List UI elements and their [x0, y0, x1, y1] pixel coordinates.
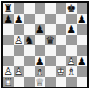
square-a4[interactable]: [3, 45, 14, 56]
square-d4[interactable]: [35, 45, 46, 56]
piece-white-pawn[interactable]: ♟♙: [14, 66, 25, 77]
square-f4[interactable]: [56, 45, 67, 56]
square-d5[interactable]: [35, 35, 46, 46]
square-c7[interactable]: [24, 14, 35, 25]
square-b7[interactable]: ♟: [14, 14, 25, 25]
square-e2[interactable]: [45, 66, 56, 77]
square-e1[interactable]: [45, 77, 56, 88]
square-a2[interactable]: ♟♙: [3, 66, 14, 77]
chess-board: ♜♚♟♟♟♟♟♟♙♞♛♟♟♙♟♟♙♟♙♝♗♚♔♝♗♜♖♛♕: [1, 1, 89, 88]
square-b4[interactable]: [14, 45, 25, 56]
square-c1[interactable]: [24, 77, 35, 88]
square-e8[interactable]: [45, 3, 56, 14]
square-h4[interactable]: [77, 45, 88, 56]
piece-glyph: ♟: [35, 24, 46, 35]
square-a8[interactable]: ♜: [3, 3, 14, 14]
square-g2[interactable]: ♝♗: [66, 66, 77, 77]
square-g5[interactable]: [66, 35, 77, 46]
piece-glyph: ♞: [24, 35, 35, 46]
square-h2[interactable]: [77, 66, 88, 77]
piece-white-king[interactable]: ♚♔: [56, 66, 67, 77]
square-b6[interactable]: [14, 24, 25, 35]
square-b8[interactable]: [14, 3, 25, 14]
square-c4[interactable]: [24, 45, 35, 56]
square-a5[interactable]: [3, 35, 14, 46]
piece-outline: ♔: [56, 66, 67, 77]
piece-outline: ♖: [3, 77, 14, 88]
square-h5[interactable]: [77, 35, 88, 46]
square-c5[interactable]: ♞: [24, 35, 35, 46]
square-b5[interactable]: ♟♙: [14, 35, 25, 46]
square-b2[interactable]: ♟♙: [14, 66, 25, 77]
square-h6[interactable]: [77, 24, 88, 35]
piece-black-pawn[interactable]: ♟: [3, 14, 14, 25]
square-e4[interactable]: [45, 45, 56, 56]
piece-outline: ♗: [35, 66, 46, 77]
piece-outline: ♕: [35, 77, 46, 88]
piece-glyph: ♚: [66, 3, 77, 14]
piece-black-knight[interactable]: ♞: [24, 35, 35, 46]
square-d2[interactable]: ♝♗: [35, 66, 46, 77]
square-e3[interactable]: [45, 56, 56, 67]
square-h1[interactable]: [77, 77, 88, 88]
square-c6[interactable]: [24, 24, 35, 35]
square-d6[interactable]: ♟: [35, 24, 46, 35]
piece-black-pawn[interactable]: ♟: [77, 14, 88, 25]
square-g4[interactable]: [66, 45, 77, 56]
piece-white-pawn[interactable]: ♟♙: [14, 35, 25, 46]
piece-outline: ♙: [3, 66, 14, 77]
piece-glyph: ♜: [3, 3, 14, 14]
square-h8[interactable]: [77, 3, 88, 14]
piece-black-pawn[interactable]: ♟: [66, 24, 77, 35]
square-a1[interactable]: ♜♖: [3, 77, 14, 88]
piece-glyph: ♟: [77, 14, 88, 25]
square-b1[interactable]: [14, 77, 25, 88]
square-a7[interactable]: ♟: [3, 14, 14, 25]
square-f1[interactable]: [56, 77, 67, 88]
square-g6[interactable]: ♟: [66, 24, 77, 35]
square-d8[interactable]: [35, 3, 46, 14]
piece-outline: ♗: [66, 66, 77, 77]
piece-black-pawn[interactable]: ♟: [14, 14, 25, 25]
piece-white-queen[interactable]: ♛♕: [35, 77, 46, 88]
piece-glyph: ♛: [45, 35, 56, 46]
piece-outline: ♙: [14, 66, 25, 77]
piece-glyph: ♟: [3, 14, 14, 25]
square-c3[interactable]: [24, 56, 35, 67]
square-f8[interactable]: [56, 3, 67, 14]
square-g8[interactable]: ♚: [66, 3, 77, 14]
square-h7[interactable]: ♟: [77, 14, 88, 25]
piece-black-queen[interactable]: ♛: [45, 35, 56, 46]
square-f7[interactable]: [56, 14, 67, 25]
piece-white-pawn[interactable]: ♟♙: [3, 66, 14, 77]
piece-black-pawn[interactable]: ♟: [77, 56, 88, 67]
chess-diagram: ♜♚♟♟♟♟♟♟♙♞♛♟♟♙♟♟♙♟♙♝♗♚♔♝♗♜♖♛♕: [0, 0, 90, 88]
square-f5[interactable]: [56, 35, 67, 46]
piece-outline: ♙: [14, 35, 25, 46]
square-c2[interactable]: [24, 66, 35, 77]
piece-black-king[interactable]: ♚: [66, 3, 77, 14]
piece-white-rook[interactable]: ♜♖: [3, 77, 14, 88]
square-f6[interactable]: [56, 24, 67, 35]
piece-glyph: ♟: [77, 56, 88, 67]
square-e6[interactable]: [45, 24, 56, 35]
piece-black-pawn[interactable]: ♟: [35, 24, 46, 35]
piece-glyph: ♟: [66, 24, 77, 35]
piece-glyph: ♟: [14, 14, 25, 25]
square-f2[interactable]: ♚♔: [56, 66, 67, 77]
piece-white-bishop[interactable]: ♝♗: [35, 66, 46, 77]
square-e5[interactable]: ♛: [45, 35, 56, 46]
square-h3[interactable]: ♟: [77, 56, 88, 67]
piece-black-rook[interactable]: ♜: [3, 3, 14, 14]
square-d1[interactable]: ♛♕: [35, 77, 46, 88]
piece-white-bishop[interactable]: ♝♗: [66, 66, 77, 77]
square-g1[interactable]: [66, 77, 77, 88]
square-a6[interactable]: [3, 24, 14, 35]
square-c8[interactable]: [24, 3, 35, 14]
square-e7[interactable]: [45, 14, 56, 25]
